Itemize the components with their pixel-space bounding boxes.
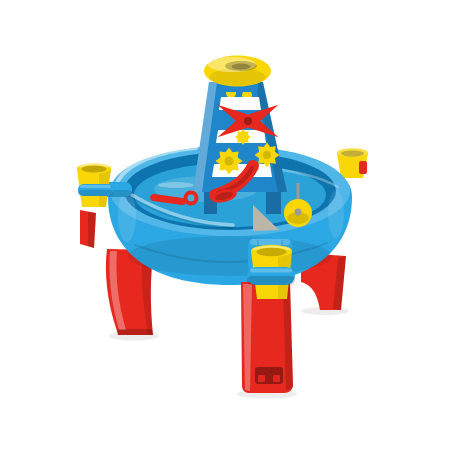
shading-overlay bbox=[78, 190, 113, 196]
shading-overlay bbox=[247, 276, 295, 285]
inset-mark bbox=[273, 375, 280, 382]
bucket-opening bbox=[82, 166, 107, 173]
highlight-overlay bbox=[250, 239, 290, 245]
bucket-back-right bbox=[337, 147, 368, 178]
leg-back-left bbox=[80, 210, 96, 248]
highlight-overlay bbox=[118, 190, 136, 242]
activity-table-illustration bbox=[0, 0, 450, 450]
highlight-overlay bbox=[250, 269, 292, 273]
inset-mark bbox=[258, 375, 265, 382]
shading-overlay bbox=[128, 236, 332, 276]
gear-hub bbox=[263, 151, 271, 159]
funnel-opening bbox=[232, 64, 251, 70]
gear-wheel-small bbox=[235, 129, 251, 145]
water-sheen bbox=[158, 182, 194, 188]
highlight-overlay bbox=[328, 190, 344, 238]
bucket-opening bbox=[257, 248, 287, 256]
highlight-overlay bbox=[80, 185, 111, 188]
spinner-hub bbox=[295, 209, 302, 216]
front-right-assembly bbox=[241, 238, 295, 393]
bucket-opening bbox=[341, 150, 364, 156]
bucket-clip-back bbox=[359, 161, 367, 174]
foot-edge bbox=[117, 329, 153, 335]
gear-hub bbox=[225, 157, 234, 166]
product-photo bbox=[0, 0, 450, 450]
pinwheel-hub bbox=[244, 117, 252, 125]
